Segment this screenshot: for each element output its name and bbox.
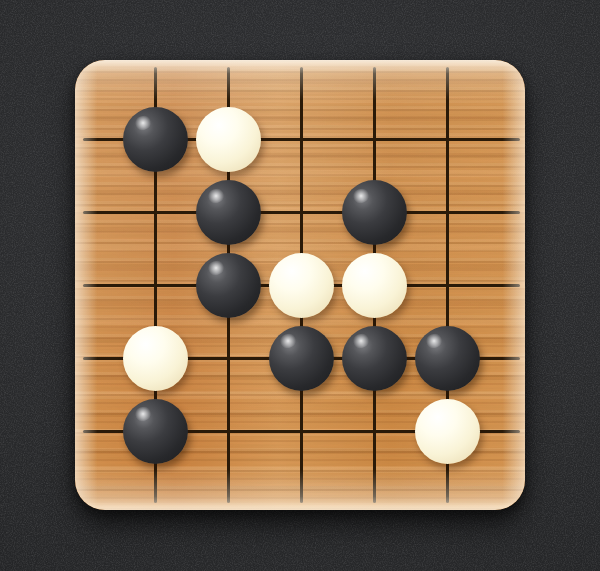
go-board[interactable] — [75, 60, 525, 510]
white-stone[interactable] — [342, 253, 407, 318]
intersection-c2-r4[interactable] — [192, 322, 265, 395]
white-stone[interactable] — [269, 253, 334, 318]
black-stone[interactable] — [269, 326, 334, 391]
intersection-c2-r0[interactable] — [192, 60, 265, 103]
intersection-c2-r3[interactable] — [192, 249, 265, 322]
black-stone[interactable] — [196, 253, 261, 318]
intersection-c4-r5[interactable] — [338, 395, 411, 468]
intersection-c3-r0[interactable] — [265, 60, 338, 103]
black-stone[interactable] — [342, 180, 407, 245]
intersection-c3-r4[interactable] — [265, 322, 338, 395]
black-stone[interactable] — [196, 180, 261, 245]
intersection-c6-r1[interactable] — [484, 103, 525, 176]
white-stone[interactable] — [196, 107, 261, 172]
intersection-c6-r3[interactable] — [484, 249, 525, 322]
intersection-c2-r1[interactable] — [192, 103, 265, 176]
intersection-c5-r0[interactable] — [411, 60, 484, 103]
page-background — [0, 0, 600, 571]
intersection-c1-r4[interactable] — [119, 322, 192, 395]
intersection-c1-r6[interactable] — [119, 468, 192, 510]
intersection-c3-r3[interactable] — [265, 249, 338, 322]
intersection-c2-r2[interactable] — [192, 176, 265, 249]
intersection-c5-r4[interactable] — [411, 322, 484, 395]
intersection-c4-r3[interactable] — [338, 249, 411, 322]
intersection-c4-r4[interactable] — [338, 322, 411, 395]
intersection-c6-r6[interactable] — [484, 468, 525, 510]
intersection-c6-r4[interactable] — [484, 322, 525, 395]
stone-grid[interactable] — [75, 60, 525, 510]
intersection-c1-r3[interactable] — [119, 249, 192, 322]
black-stone[interactable] — [123, 107, 188, 172]
intersection-c0-r2[interactable] — [75, 176, 119, 249]
intersection-c3-r2[interactable] — [265, 176, 338, 249]
white-stone[interactable] — [123, 326, 188, 391]
intersection-c5-r2[interactable] — [411, 176, 484, 249]
black-stone[interactable] — [342, 326, 407, 391]
intersection-c0-r6[interactable] — [75, 468, 119, 510]
intersection-c2-r6[interactable] — [192, 468, 265, 510]
intersection-c5-r6[interactable] — [411, 468, 484, 510]
intersection-c5-r1[interactable] — [411, 103, 484, 176]
intersection-c2-r5[interactable] — [192, 395, 265, 468]
intersection-c5-r5[interactable] — [411, 395, 484, 468]
intersection-c1-r1[interactable] — [119, 103, 192, 176]
intersection-c6-r0[interactable] — [484, 60, 525, 103]
intersection-c3-r5[interactable] — [265, 395, 338, 468]
intersection-c4-r2[interactable] — [338, 176, 411, 249]
black-stone[interactable] — [123, 399, 188, 464]
intersection-c4-r1[interactable] — [338, 103, 411, 176]
intersection-c3-r1[interactable] — [265, 103, 338, 176]
intersection-c0-r4[interactable] — [75, 322, 119, 395]
black-stone[interactable] — [415, 326, 480, 391]
intersection-c5-r3[interactable] — [411, 249, 484, 322]
intersection-c6-r2[interactable] — [484, 176, 525, 249]
intersection-c0-r1[interactable] — [75, 103, 119, 176]
intersection-c0-r5[interactable] — [75, 395, 119, 468]
intersection-c4-r0[interactable] — [338, 60, 411, 103]
intersection-c1-r2[interactable] — [119, 176, 192, 249]
intersection-c1-r5[interactable] — [119, 395, 192, 468]
intersection-c4-r6[interactable] — [338, 468, 411, 510]
intersection-c6-r5[interactable] — [484, 395, 525, 468]
intersection-c3-r6[interactable] — [265, 468, 338, 510]
intersection-c1-r0[interactable] — [119, 60, 192, 103]
white-stone[interactable] — [415, 399, 480, 464]
intersection-c0-r0[interactable] — [75, 60, 119, 103]
intersection-c0-r3[interactable] — [75, 249, 119, 322]
